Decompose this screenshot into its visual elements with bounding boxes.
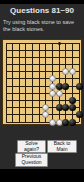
instruction-text: Try using black stone to save the black … xyxy=(3,19,81,33)
white-stone xyxy=(42,104,49,111)
board-vertical-line xyxy=(32,43,33,122)
black-stone xyxy=(69,104,76,111)
board-horizontal-line xyxy=(6,64,79,65)
app-screen: Questions 81~90 Try using black stone to… xyxy=(0,0,84,182)
board-horizontal-line xyxy=(6,78,79,79)
white-stone xyxy=(69,68,76,75)
page-title: Questions 81~90 xyxy=(0,6,84,15)
white-stone xyxy=(42,111,49,118)
board-horizontal-line xyxy=(6,100,79,101)
board-horizontal-line xyxy=(6,43,79,44)
black-stone xyxy=(69,97,76,104)
board-vertical-line xyxy=(25,43,26,122)
board-vertical-line xyxy=(6,43,7,122)
white-stone xyxy=(56,90,63,97)
black-stone xyxy=(69,119,76,126)
black-stone xyxy=(62,83,69,90)
white-stone xyxy=(49,75,56,82)
back-to-main-button[interactable]: Back to Main xyxy=(47,140,77,153)
black-stone xyxy=(76,111,83,118)
white-stone xyxy=(49,119,56,126)
board-horizontal-line xyxy=(6,57,79,58)
go-board xyxy=(2,39,82,125)
white-stone xyxy=(49,83,56,90)
bottom-frame-bar xyxy=(0,169,84,182)
board-horizontal-line xyxy=(6,50,79,51)
board-vertical-line xyxy=(12,43,13,122)
previous-question-button[interactable]: Previous Question xyxy=(15,153,48,167)
solve-again-button[interactable]: Solve again? xyxy=(17,140,46,153)
board-vertical-line xyxy=(19,43,20,122)
top-frame-bar xyxy=(0,0,84,4)
board-vertical-line xyxy=(39,43,40,122)
white-stone xyxy=(49,90,56,97)
black-stone xyxy=(76,83,83,90)
board-horizontal-line xyxy=(6,93,79,94)
star-point xyxy=(58,42,61,45)
